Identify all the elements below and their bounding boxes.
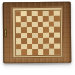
square-h1[interactable] bbox=[54, 49, 60, 55]
hinge-clasp bbox=[3, 29, 7, 37]
chess-board bbox=[3, 2, 72, 64]
photo-background bbox=[0, 0, 75, 75]
board-grid bbox=[14, 9, 60, 55]
board-inner-border bbox=[12, 7, 64, 59]
